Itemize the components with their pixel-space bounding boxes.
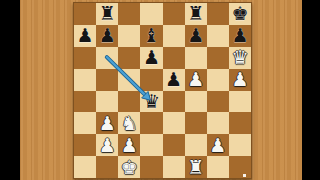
square-g3[interactable] (207, 112, 229, 134)
square-b7[interactable]: ♟ (96, 25, 118, 47)
square-b6[interactable] (96, 47, 118, 69)
square-b2[interactable]: ♟ (96, 134, 118, 156)
black-pawn-piece[interactable]: ♟ (77, 26, 94, 45)
square-f3[interactable] (185, 112, 207, 134)
square-b5[interactable] (96, 69, 118, 91)
square-h7[interactable]: ♟ (229, 25, 251, 47)
black-pawn-piece[interactable]: ♟ (165, 70, 182, 89)
square-d3[interactable] (140, 112, 162, 134)
square-c3[interactable]: ♞ (118, 112, 140, 134)
square-g8[interactable] (207, 3, 229, 25)
square-a8[interactable] (74, 3, 96, 25)
black-queen-piece[interactable]: ♛ (143, 91, 160, 110)
square-e4[interactable] (163, 91, 185, 113)
square-a3[interactable] (74, 112, 96, 134)
square-e8[interactable] (163, 3, 185, 25)
square-h2[interactable] (229, 134, 251, 156)
square-d5[interactable] (140, 69, 162, 91)
square-c8[interactable] (118, 3, 140, 25)
square-f2[interactable] (185, 134, 207, 156)
black-pawn-piece[interactable]: ♟ (231, 26, 248, 45)
square-a6[interactable] (74, 47, 96, 69)
square-g4[interactable] (207, 91, 229, 113)
square-e2[interactable] (163, 134, 185, 156)
white-pawn-piece[interactable]: ♟ (231, 70, 248, 89)
white-pawn-piece[interactable]: ♟ (187, 70, 204, 89)
square-h4[interactable] (229, 91, 251, 113)
artifact-dot (243, 174, 246, 177)
square-f7[interactable]: ♟ (185, 25, 207, 47)
square-g2[interactable]: ♟ (207, 134, 229, 156)
white-pawn-piece[interactable]: ♟ (121, 135, 138, 154)
black-rook-piece[interactable]: ♜ (187, 4, 204, 23)
square-d1[interactable] (140, 156, 162, 178)
square-b1[interactable] (96, 156, 118, 178)
square-h5[interactable]: ♟ (229, 69, 251, 91)
square-b4[interactable] (96, 91, 118, 113)
square-e1[interactable] (163, 156, 185, 178)
square-g1[interactable] (207, 156, 229, 178)
square-f8[interactable]: ♜ (185, 3, 207, 25)
square-f1[interactable]: ♜ (185, 156, 207, 178)
black-pawn-piece[interactable]: ♟ (187, 26, 204, 45)
square-d7[interactable]: ♝ (140, 25, 162, 47)
square-e6[interactable] (163, 47, 185, 69)
square-a5[interactable] (74, 69, 96, 91)
black-king-piece[interactable]: ♚ (231, 4, 248, 23)
square-d8[interactable] (140, 3, 162, 25)
square-c2[interactable]: ♟ (118, 134, 140, 156)
white-king-piece[interactable]: ♚ (121, 157, 138, 176)
square-b3[interactable]: ♟ (96, 112, 118, 134)
square-e3[interactable] (163, 112, 185, 134)
square-h8[interactable]: ♚ (229, 3, 251, 25)
white-pawn-piece[interactable]: ♟ (99, 135, 116, 154)
square-a4[interactable] (74, 91, 96, 113)
square-d2[interactable] (140, 134, 162, 156)
white-rook-piece[interactable]: ♜ (187, 157, 204, 176)
white-knight-piece[interactable]: ♞ (121, 113, 138, 132)
white-pawn-piece[interactable]: ♟ (99, 113, 116, 132)
square-d6[interactable]: ♟ (140, 47, 162, 69)
black-pawn-piece[interactable]: ♟ (143, 48, 160, 67)
square-g5[interactable] (207, 69, 229, 91)
square-e5[interactable]: ♟ (163, 69, 185, 91)
square-c7[interactable] (118, 25, 140, 47)
chess-board: ♜♜♚♟♟♝♟♟♟♛♟♟♟♛♟♞♟♟♟♚♜ (73, 2, 252, 179)
white-pawn-piece[interactable]: ♟ (209, 135, 226, 154)
square-a2[interactable] (74, 134, 96, 156)
square-e7[interactable] (163, 25, 185, 47)
square-g7[interactable] (207, 25, 229, 47)
square-h1[interactable] (229, 156, 251, 178)
square-a1[interactable] (74, 156, 96, 178)
square-g6[interactable] (207, 47, 229, 69)
square-a7[interactable]: ♟ (74, 25, 96, 47)
square-f5[interactable]: ♟ (185, 69, 207, 91)
white-queen-piece[interactable]: ♛ (231, 48, 248, 67)
square-c4[interactable] (118, 91, 140, 113)
square-b8[interactable]: ♜ (96, 3, 118, 25)
square-f6[interactable] (185, 47, 207, 69)
square-h3[interactable] (229, 112, 251, 134)
square-f4[interactable] (185, 91, 207, 113)
black-bishop-piece[interactable]: ♝ (143, 26, 160, 45)
black-pawn-piece[interactable]: ♟ (99, 26, 116, 45)
square-h6[interactable]: ♛ (229, 47, 251, 69)
square-d4[interactable]: ♛ (140, 91, 162, 113)
video-frame: ♜♜♚♟♟♝♟♟♟♛♟♟♟♛♟♞♟♟♟♚♜ (0, 0, 320, 180)
square-c1[interactable]: ♚ (118, 156, 140, 178)
black-rook-piece[interactable]: ♜ (99, 4, 116, 23)
square-c6[interactable] (118, 47, 140, 69)
square-c5[interactable] (118, 69, 140, 91)
